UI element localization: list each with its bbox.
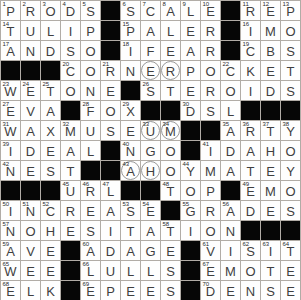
cell-r15c2[interactable]: L <box>21 281 41 300</box>
cell-r7c13[interactable]: 36R <box>241 121 261 141</box>
black-square <box>281 221 301 241</box>
cell-r15c3[interactable]: K <box>41 281 61 300</box>
cell-letter: O <box>161 165 180 179</box>
cell-letter: O <box>21 225 40 239</box>
cell-letter: E <box>161 245 180 259</box>
cell-letter: S <box>101 125 120 139</box>
cell-r4c11[interactable]: O <box>201 61 221 81</box>
cell-r7c5[interactable]: U <box>81 121 101 141</box>
cell-r13c7[interactable]: A <box>121 241 141 261</box>
cell-letter: O <box>221 85 240 99</box>
cell-r7c15[interactable]: 38Y <box>281 121 301 141</box>
black-square <box>61 101 81 121</box>
cell-r6c10[interactable]: 30D <box>181 101 201 121</box>
cell-r2c3[interactable]: L <box>41 21 61 41</box>
black-square <box>141 181 161 201</box>
cell-letter: S <box>141 85 160 99</box>
cell-r11c11[interactable]: R <box>201 201 221 221</box>
cell-r8c15[interactable]: O <box>281 141 301 161</box>
cell-r5c11[interactable]: R <box>201 81 221 101</box>
cell-r5c1[interactable]: 23W <box>1 81 21 101</box>
cell-r8c1[interactable]: 39I <box>1 141 21 161</box>
cell-r14c12[interactable]: M <box>221 261 241 281</box>
cell-r5c5[interactable]: N <box>81 81 101 101</box>
cell-r2c13[interactable]: 16I <box>241 21 261 41</box>
cell-letter: R <box>101 65 120 79</box>
cell-r15c12[interactable]: E <box>221 281 241 300</box>
black-square <box>21 181 41 201</box>
cell-r12c2[interactable]: O <box>21 221 41 241</box>
cell-letter: X <box>41 125 60 139</box>
cell-letter: D <box>41 45 60 59</box>
cell-letter: C <box>41 205 60 219</box>
cell-r6c11[interactable]: S <box>201 101 221 121</box>
cell-r1c13[interactable]: 11R <box>241 1 261 21</box>
cell-r11c12[interactable]: 56A <box>221 201 241 221</box>
cell-r8c3[interactable]: E <box>41 141 61 161</box>
cell-r14c11[interactable]: 67E <box>201 261 221 281</box>
cell-letter: O <box>41 5 60 19</box>
black-square <box>241 101 261 121</box>
cell-r9c4[interactable]: T <box>61 161 81 181</box>
cell-r5c8[interactable]: 26S <box>141 81 161 101</box>
cell-r1c14[interactable]: 12E <box>261 1 281 21</box>
cell-r9c11[interactable]: M <box>201 161 221 181</box>
cell-letter: L <box>41 25 60 39</box>
cell-r10c14[interactable]: M <box>261 181 281 201</box>
cell-r11c5[interactable]: E <box>81 201 101 221</box>
cell-r12c6[interactable]: I <box>101 221 121 241</box>
cell-r10c6[interactable]: 47L <box>101 181 121 201</box>
black-square <box>41 61 61 81</box>
cell-r9c8[interactable]: H <box>141 161 161 181</box>
cell-r2c9[interactable]: L <box>161 21 181 41</box>
cell-letter: S <box>121 205 140 219</box>
cell-r3c11[interactable]: R <box>201 41 221 61</box>
cell-letter: F <box>81 105 100 119</box>
cell-r6c12[interactable]: L <box>221 101 241 121</box>
cell-r8c11[interactable]: 41I <box>201 141 221 161</box>
cell-r9c3[interactable]: S <box>41 161 61 181</box>
cell-r14c7[interactable]: L <box>121 261 141 281</box>
cell-r14c2[interactable]: E <box>21 261 41 281</box>
cell-letter: R <box>21 5 40 19</box>
cell-r15c11[interactable]: 70D <box>201 281 221 300</box>
cell-r1c10[interactable]: 9L <box>181 1 201 21</box>
cell-r12c9[interactable]: 58T <box>161 221 181 241</box>
cell-r3c5[interactable]: O <box>81 41 101 61</box>
cell-r11c14[interactable]: E <box>261 201 281 221</box>
cell-letter: A <box>141 225 160 239</box>
cell-r11c10[interactable]: 55G <box>181 201 201 221</box>
cell-r7c1[interactable]: 31W <box>1 121 21 141</box>
cell-r4c12[interactable]: 22C <box>221 61 241 81</box>
cell-r13c13[interactable]: 62S <box>241 241 261 261</box>
cell-r5c2[interactable]: 24E <box>21 81 41 101</box>
cell-r2c4[interactable]: I <box>61 21 81 41</box>
cell-r7c2[interactable]: A <box>21 121 41 141</box>
cell-r6c7[interactable]: 29X <box>121 101 141 121</box>
cell-r14c9[interactable]: S <box>161 261 181 281</box>
cell-r5c10[interactable]: E <box>181 81 201 101</box>
cell-r1c15[interactable]: 13P <box>281 1 301 21</box>
cell-letter: S <box>61 45 80 59</box>
cell-letter: M <box>221 265 240 279</box>
cell-r7c14[interactable]: 37T <box>261 121 281 141</box>
cell-r13c5[interactable]: 60A <box>81 241 101 261</box>
cell-r8c4[interactable]: A <box>61 141 81 161</box>
cell-r3c4[interactable]: S <box>61 41 81 61</box>
cell-r13c9[interactable]: E <box>161 241 181 261</box>
cell-letter: U <box>61 185 80 199</box>
cell-r10c4[interactable]: 45U <box>61 181 81 201</box>
cell-r9c14[interactable]: E <box>261 161 281 181</box>
cell-letter: P <box>281 5 300 19</box>
cell-r10c11[interactable]: P <box>201 181 221 201</box>
cell-letter: I <box>181 225 200 239</box>
cell-r1c3[interactable]: 3O <box>41 1 61 21</box>
cell-letter: S <box>161 265 180 279</box>
cell-r5c9[interactable]: T <box>161 81 181 101</box>
cell-letter: A <box>41 105 60 119</box>
cell-r10c13[interactable]: 49E <box>241 181 261 201</box>
cell-r12c11[interactable]: O <box>201 221 221 241</box>
cell-r3c1[interactable]: 17A <box>1 41 21 61</box>
cell-r3c7[interactable]: 18I <box>121 41 141 61</box>
cell-r10c9[interactable]: 48T <box>161 181 181 201</box>
cell-r8c7[interactable]: 40N <box>121 141 141 161</box>
cell-r11c2[interactable]: 51N <box>21 201 41 221</box>
cell-letter: T <box>41 85 60 99</box>
cell-r8c12[interactable]: D <box>221 141 241 161</box>
cell-r10c5[interactable]: 46R <box>81 181 101 201</box>
cell-r9c15[interactable]: Y <box>281 161 301 181</box>
cell-r6c2[interactable]: V <box>21 101 41 121</box>
cell-r4c4[interactable]: 20C <box>61 61 81 81</box>
cell-letter: M <box>261 25 280 39</box>
cell-r1c9[interactable]: 8A <box>161 1 181 21</box>
cell-r5c15[interactable]: S <box>281 81 301 101</box>
cell-letter: E <box>61 225 80 239</box>
cell-letter: N <box>121 145 140 159</box>
cell-letter: A <box>81 245 100 259</box>
cell-r12c10[interactable]: I <box>181 221 201 241</box>
cell-r2c10[interactable]: E <box>181 21 201 41</box>
cell-r6c3[interactable]: A <box>41 101 61 121</box>
cell-letter: G <box>181 205 200 219</box>
cell-r13c15[interactable]: 64T <box>281 241 301 261</box>
cell-letter: E <box>21 165 40 179</box>
cell-letter: R <box>61 205 80 219</box>
black-square <box>181 261 201 281</box>
cell-r11c3[interactable]: 52C <box>41 201 61 221</box>
cell-letter: O <box>81 45 100 59</box>
cell-letter: E <box>181 85 200 99</box>
cell-letter: N <box>121 65 140 79</box>
cell-r12c7[interactable]: T <box>121 221 141 241</box>
cell-r1c5[interactable]: 5S <box>81 1 101 21</box>
cell-r2c15[interactable]: O <box>281 21 301 41</box>
cell-r15c13[interactable]: N <box>241 281 261 300</box>
cell-letter: R <box>201 205 220 219</box>
cell-letter: S <box>201 105 220 119</box>
black-square <box>1 181 21 201</box>
cell-r2c1[interactable]: 14T <box>1 21 21 41</box>
cell-r12c1[interactable]: 57N <box>1 221 21 241</box>
black-square <box>81 161 101 181</box>
cell-r15c8[interactable]: E <box>141 281 161 300</box>
cell-letter: L <box>101 185 120 199</box>
cell-letter: W <box>1 265 20 279</box>
black-square <box>161 101 181 121</box>
black-square <box>201 121 221 141</box>
cell-r6c5[interactable]: 28F <box>81 101 101 121</box>
cell-r1c11[interactable]: 10E <box>201 1 221 21</box>
cell-r14c1[interactable]: 65W <box>1 261 21 281</box>
cell-r12c12[interactable]: N <box>221 221 241 241</box>
cell-r1c4[interactable]: 4D <box>61 1 81 21</box>
cell-r9c1[interactable]: 42N <box>1 161 21 181</box>
cell-letter: T <box>121 225 140 239</box>
cell-r5c13[interactable]: I <box>241 81 261 101</box>
cell-r15c7[interactable]: E <box>121 281 141 300</box>
cell-letter: D <box>261 85 280 99</box>
cell-r4c15[interactable]: T <box>281 61 301 81</box>
cell-letter: V <box>21 245 40 259</box>
cell-r6c1[interactable]: 27E <box>1 101 21 121</box>
cell-r5c14[interactable]: D <box>261 81 281 101</box>
cell-r12c3[interactable]: H <box>41 221 61 241</box>
cell-r4c9[interactable]: R <box>161 61 181 81</box>
black-square <box>221 1 241 21</box>
cell-r3c15[interactable]: S <box>281 41 301 61</box>
cell-r4c10[interactable]: P <box>181 61 201 81</box>
cell-letter: I <box>1 205 20 219</box>
cell-letter: D <box>201 285 220 299</box>
cell-r9c12[interactable]: A <box>221 161 241 181</box>
cell-letter: C <box>61 65 80 79</box>
cell-letter: E <box>261 5 280 19</box>
cell-r5c4[interactable]: O <box>61 81 81 101</box>
cell-r15c1[interactable]: 68E <box>1 281 21 300</box>
cell-r8c5[interactable]: L <box>81 141 101 161</box>
cell-r3c8[interactable]: F <box>141 41 161 61</box>
cell-letter: A <box>21 125 40 139</box>
cell-r13c12[interactable]: I <box>221 241 241 261</box>
cell-r1c1[interactable]: 1P <box>1 1 21 21</box>
cell-letter: O <box>281 145 300 159</box>
cell-r8c8[interactable]: G <box>141 141 161 161</box>
cell-letter: S <box>121 5 140 19</box>
cell-r9c2[interactable]: E <box>21 161 41 181</box>
cell-r4c13[interactable]: K <box>241 61 261 81</box>
cell-letter: E <box>201 5 220 19</box>
cell-letter: A <box>181 45 200 59</box>
cell-letter: E <box>81 285 100 299</box>
cell-r4c7[interactable]: N <box>121 61 141 81</box>
cell-r9c10[interactable]: 44Y <box>181 161 201 181</box>
cell-r12c8[interactable]: A <box>141 221 161 241</box>
cell-letter: S <box>161 285 180 299</box>
cell-letter: M <box>201 165 220 179</box>
cell-r4c8[interactable]: E <box>141 61 161 81</box>
cell-letter: A <box>61 145 80 159</box>
cell-r3c2[interactable]: N <box>21 41 41 61</box>
cell-letter: H <box>261 145 280 159</box>
cell-r7c7[interactable]: E <box>121 121 141 141</box>
cell-letter: P <box>181 65 200 79</box>
cell-r12c5[interactable]: S <box>81 221 101 241</box>
cell-letter: H <box>141 165 160 179</box>
cell-r15c15[interactable]: E <box>281 281 301 300</box>
cell-r14c14[interactable]: T <box>261 261 281 281</box>
cell-letter: I <box>1 145 20 159</box>
cell-letter: U <box>81 125 100 139</box>
cell-letter: O <box>201 65 220 79</box>
cell-r11c7[interactable]: 53S <box>121 201 141 221</box>
cell-letter: S <box>81 225 100 239</box>
cell-r7c4[interactable]: 32M <box>61 121 81 141</box>
cell-letter: U <box>141 125 160 139</box>
cell-r13c14[interactable]: 63I <box>261 241 281 261</box>
cell-r7c6[interactable]: S <box>101 121 121 141</box>
cell-r13c11[interactable]: 61V <box>201 241 221 261</box>
cell-letter: T <box>241 165 260 179</box>
cell-r7c12[interactable]: 35A <box>221 121 241 141</box>
cell-r14c15[interactable]: E <box>281 261 301 281</box>
black-square <box>181 121 201 141</box>
cell-letter: C <box>241 45 260 59</box>
cell-letter: D <box>181 105 200 119</box>
cell-r13c3[interactable]: E <box>41 241 61 261</box>
cell-letter: S <box>261 285 280 299</box>
cell-r4c6[interactable]: 21R <box>101 61 121 81</box>
cell-r4c5[interactable]: O <box>81 61 101 81</box>
cell-r3c10[interactable]: A <box>181 41 201 61</box>
cell-r15c14[interactable]: S <box>261 281 281 300</box>
cell-letter: S <box>281 45 300 59</box>
cell-letter: N <box>21 205 40 219</box>
cell-r8c9[interactable]: O <box>161 141 181 161</box>
cell-letter: U <box>21 25 40 39</box>
cell-r3c9[interactable]: E <box>161 41 181 61</box>
cell-r2c7[interactable]: 15P <box>121 21 141 41</box>
cell-r7c9[interactable]: 34M <box>161 121 181 141</box>
black-square <box>241 221 261 241</box>
cell-letter: I <box>101 225 120 239</box>
cell-r8c13[interactable]: A <box>241 141 261 161</box>
cell-letter: T <box>1 25 20 39</box>
cell-r2c11[interactable]: R <box>201 21 221 41</box>
cell-r15c9[interactable]: S <box>161 281 181 300</box>
cell-letter: E <box>261 165 280 179</box>
cell-r5c3[interactable]: 25T <box>41 81 61 101</box>
cell-r11c15[interactable]: S <box>281 201 301 221</box>
cell-r3c3[interactable]: D <box>41 41 61 61</box>
cell-letter: R <box>241 5 260 19</box>
cell-r13c2[interactable]: V <box>21 241 41 261</box>
cell-r1c8[interactable]: 7C <box>141 1 161 21</box>
cell-letter: N <box>81 85 100 99</box>
cell-r11c6[interactable]: A <box>101 201 121 221</box>
cell-r14c5[interactable]: 66L <box>81 261 101 281</box>
black-square <box>101 161 121 181</box>
cell-letter: I <box>241 25 260 39</box>
cell-r14c13[interactable]: O <box>241 261 261 281</box>
cell-letter: E <box>41 245 60 259</box>
cell-r3c14[interactable]: B <box>261 41 281 61</box>
cell-r6c6[interactable]: O <box>101 101 121 121</box>
cell-letter: L <box>81 265 100 279</box>
cell-r11c1[interactable]: 50I <box>1 201 21 221</box>
cell-letter: I <box>121 45 140 59</box>
cell-r9c9[interactable]: O <box>161 161 181 181</box>
cell-r10c15[interactable]: O <box>281 181 301 201</box>
cell-letter: A <box>221 125 240 139</box>
cell-r15c5[interactable]: 69E <box>81 281 101 300</box>
cell-r10c10[interactable]: O <box>181 181 201 201</box>
cell-r13c6[interactable]: D <box>101 241 121 261</box>
cell-r2c2[interactable]: U <box>21 21 41 41</box>
cell-r11c8[interactable]: 54E <box>141 201 161 221</box>
cell-r1c2[interactable]: 2R <box>21 1 41 21</box>
cell-letter: N <box>221 225 240 239</box>
cell-r7c8[interactable]: 33U <box>141 121 161 141</box>
cell-letter: Y <box>181 165 200 179</box>
cell-r14c6[interactable]: U <box>101 261 121 281</box>
cell-r2c5[interactable]: P <box>81 21 101 41</box>
cell-letter: R <box>241 125 260 139</box>
cell-r8c2[interactable]: D <box>21 141 41 161</box>
cell-letter: A <box>1 245 20 259</box>
cell-r14c8[interactable]: L <box>141 261 161 281</box>
cell-r7c3[interactable]: X <box>41 121 61 141</box>
black-square <box>41 181 61 201</box>
cell-r15c6[interactable]: P <box>101 281 121 300</box>
cell-r9c13[interactable]: T <box>241 161 261 181</box>
cell-letter: A <box>221 165 240 179</box>
crossword-grid: 1P2R3O4D5S6S7C8A9L10E11R12E13P14TULIP15P… <box>0 0 301 300</box>
cell-letter: E <box>101 85 120 99</box>
cell-r11c13[interactable]: D <box>241 201 261 221</box>
cell-letter: N <box>1 165 20 179</box>
cell-r13c8[interactable]: G <box>141 241 161 261</box>
cell-r2c14[interactable]: M <box>261 21 281 41</box>
cell-r2c8[interactable]: A <box>141 21 161 41</box>
cell-r1c7[interactable]: 6S <box>121 1 141 21</box>
cell-letter: R <box>201 45 220 59</box>
cell-letter: E <box>81 205 100 219</box>
cell-r14c3[interactable]: E <box>41 261 61 281</box>
cell-letter: G <box>141 245 160 259</box>
cell-r5c6[interactable]: E <box>101 81 121 101</box>
cell-letter: C <box>141 5 160 19</box>
cell-r3c13[interactable]: 19C <box>241 41 261 61</box>
cell-r13c1[interactable]: 59A <box>1 241 21 261</box>
cell-letter: E <box>241 185 260 199</box>
cell-r8c14[interactable]: H <box>261 141 281 161</box>
cell-r5c12[interactable]: O <box>221 81 241 101</box>
cell-letter: E <box>141 205 160 219</box>
black-square <box>121 181 141 201</box>
cell-r11c4[interactable]: R <box>61 201 81 221</box>
cell-r4c14[interactable]: E <box>261 61 281 81</box>
cell-r9c7[interactable]: 43A <box>121 161 141 181</box>
cell-letter: E <box>41 145 60 159</box>
cell-letter: T <box>281 65 300 79</box>
black-square <box>261 101 281 121</box>
cell-r12c4[interactable]: E <box>61 221 81 241</box>
